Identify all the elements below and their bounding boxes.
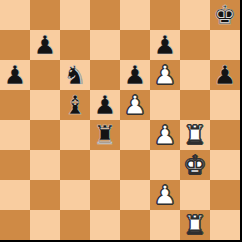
square-h4[interactable] xyxy=(210,120,240,150)
piece-white-rook[interactable]: ♜ xyxy=(183,120,206,150)
square-f3[interactable] xyxy=(150,150,180,180)
square-g1[interactable]: ♜ xyxy=(180,210,210,240)
chess-board: ♚♟♟♟♞♟♟♟♝♟♟♜♟♜♚♟♜ xyxy=(0,0,242,242)
square-h8[interactable]: ♚ xyxy=(210,0,240,30)
piece-black-pawn[interactable]: ♟ xyxy=(213,60,236,90)
square-e6[interactable]: ♟ xyxy=(120,60,150,90)
square-g6[interactable] xyxy=(180,60,210,90)
square-e7[interactable] xyxy=(120,30,150,60)
square-b5[interactable] xyxy=(30,90,60,120)
square-h6[interactable]: ♟ xyxy=(210,60,240,90)
square-c7[interactable] xyxy=(60,30,90,60)
square-c2[interactable] xyxy=(60,180,90,210)
square-a3[interactable] xyxy=(0,150,30,180)
square-f7[interactable]: ♟ xyxy=(150,30,180,60)
square-h2[interactable] xyxy=(210,180,240,210)
square-f2[interactable]: ♟ xyxy=(150,180,180,210)
square-a1[interactable] xyxy=(0,210,30,240)
square-b3[interactable] xyxy=(30,150,60,180)
square-a6[interactable]: ♟ xyxy=(0,60,30,90)
square-d1[interactable] xyxy=(90,210,120,240)
piece-black-king[interactable]: ♚ xyxy=(213,0,236,30)
square-a7[interactable] xyxy=(0,30,30,60)
square-b4[interactable] xyxy=(30,120,60,150)
piece-white-pawn[interactable]: ♟ xyxy=(123,90,146,120)
piece-black-bishop[interactable]: ♝ xyxy=(63,90,86,120)
square-c3[interactable] xyxy=(60,150,90,180)
piece-white-pawn[interactable]: ♟ xyxy=(153,180,176,210)
square-g4[interactable]: ♜ xyxy=(180,120,210,150)
square-g7[interactable] xyxy=(180,30,210,60)
square-e2[interactable] xyxy=(120,180,150,210)
piece-black-knight[interactable]: ♞ xyxy=(63,60,86,90)
square-c6[interactable]: ♞ xyxy=(60,60,90,90)
square-f1[interactable] xyxy=(150,210,180,240)
square-d4[interactable]: ♜ xyxy=(90,120,120,150)
square-b7[interactable]: ♟ xyxy=(30,30,60,60)
square-g5[interactable] xyxy=(180,90,210,120)
piece-white-rook[interactable]: ♜ xyxy=(183,210,206,240)
square-f8[interactable] xyxy=(150,0,180,30)
square-f4[interactable]: ♟ xyxy=(150,120,180,150)
square-e4[interactable] xyxy=(120,120,150,150)
square-d5[interactable]: ♟ xyxy=(90,90,120,120)
piece-white-pawn[interactable]: ♟ xyxy=(153,60,176,90)
square-c8[interactable] xyxy=(60,0,90,30)
square-c5[interactable]: ♝ xyxy=(60,90,90,120)
square-g2[interactable] xyxy=(180,180,210,210)
square-a4[interactable] xyxy=(0,120,30,150)
square-h3[interactable] xyxy=(210,150,240,180)
square-h7[interactable] xyxy=(210,30,240,60)
square-e8[interactable] xyxy=(120,0,150,30)
square-d2[interactable] xyxy=(90,180,120,210)
square-c1[interactable] xyxy=(60,210,90,240)
square-a5[interactable] xyxy=(0,90,30,120)
square-b2[interactable] xyxy=(30,180,60,210)
square-d7[interactable] xyxy=(90,30,120,60)
square-b1[interactable] xyxy=(30,210,60,240)
piece-white-pawn[interactable]: ♟ xyxy=(153,120,176,150)
square-h5[interactable] xyxy=(210,90,240,120)
piece-black-pawn[interactable]: ♟ xyxy=(123,60,146,90)
square-f5[interactable] xyxy=(150,90,180,120)
square-e5[interactable]: ♟ xyxy=(120,90,150,120)
square-e3[interactable] xyxy=(120,150,150,180)
piece-white-king[interactable]: ♚ xyxy=(183,150,206,180)
square-a8[interactable] xyxy=(0,0,30,30)
square-a2[interactable] xyxy=(0,180,30,210)
piece-black-pawn[interactable]: ♟ xyxy=(93,90,116,120)
piece-black-rook[interactable]: ♜ xyxy=(93,120,116,150)
square-d8[interactable] xyxy=(90,0,120,30)
square-h1[interactable] xyxy=(210,210,240,240)
square-g8[interactable] xyxy=(180,0,210,30)
square-c4[interactable] xyxy=(60,120,90,150)
square-d3[interactable] xyxy=(90,150,120,180)
square-b6[interactable] xyxy=(30,60,60,90)
square-g3[interactable]: ♚ xyxy=(180,150,210,180)
square-d6[interactable] xyxy=(90,60,120,90)
square-f6[interactable]: ♟ xyxy=(150,60,180,90)
piece-black-pawn[interactable]: ♟ xyxy=(3,60,26,90)
square-b8[interactable] xyxy=(30,0,60,30)
square-e1[interactable] xyxy=(120,210,150,240)
piece-black-pawn[interactable]: ♟ xyxy=(33,30,56,60)
piece-black-pawn[interactable]: ♟ xyxy=(153,30,176,60)
